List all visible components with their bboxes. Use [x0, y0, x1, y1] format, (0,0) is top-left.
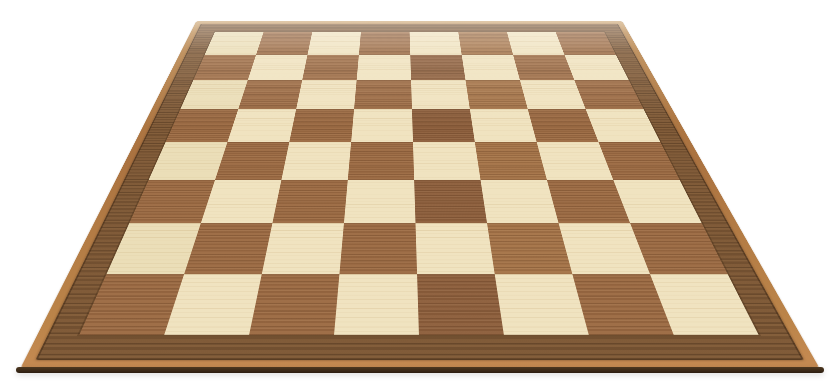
square-g8[interactable]: [507, 32, 565, 55]
square-c8[interactable]: [308, 32, 361, 55]
square-f2[interactable]: [487, 223, 572, 274]
board-photo: [0, 0, 834, 390]
square-c3[interactable]: [272, 180, 347, 224]
square-e5[interactable]: [412, 109, 475, 142]
square-f3[interactable]: [480, 180, 558, 224]
square-c1[interactable]: [249, 274, 339, 334]
square-a6[interactable]: [180, 80, 247, 109]
square-a8[interactable]: [205, 32, 264, 55]
square-b2[interactable]: [184, 223, 272, 274]
square-f7[interactable]: [462, 55, 520, 81]
square-b3[interactable]: [201, 180, 282, 224]
square-e7[interactable]: [410, 55, 465, 81]
square-d7[interactable]: [357, 55, 411, 81]
square-f4[interactable]: [475, 142, 547, 180]
square-d2[interactable]: [339, 223, 417, 274]
square-e3[interactable]: [414, 180, 487, 224]
square-c6[interactable]: [296, 80, 356, 109]
square-a7[interactable]: [193, 55, 256, 81]
square-c7[interactable]: [302, 55, 359, 81]
square-d8[interactable]: [359, 32, 410, 55]
square-d5[interactable]: [351, 109, 413, 142]
square-e6[interactable]: [411, 80, 470, 109]
square-b5[interactable]: [227, 109, 296, 142]
square-c2[interactable]: [262, 223, 344, 274]
square-d1[interactable]: [334, 274, 419, 334]
square-e4[interactable]: [413, 142, 481, 180]
square-c5[interactable]: [289, 109, 354, 142]
square-f5[interactable]: [470, 109, 537, 142]
square-e1[interactable]: [417, 274, 504, 334]
square-b7[interactable]: [248, 55, 308, 81]
square-b8[interactable]: [256, 32, 312, 55]
square-d4[interactable]: [348, 142, 414, 180]
board-bottom-edge: [16, 367, 824, 373]
square-d6[interactable]: [354, 80, 412, 109]
square-b6[interactable]: [238, 80, 302, 109]
square-e8[interactable]: [410, 32, 462, 55]
square-b4[interactable]: [215, 142, 289, 180]
square-c4[interactable]: [281, 142, 351, 180]
square-d3[interactable]: [344, 180, 416, 224]
square-f8[interactable]: [458, 32, 513, 55]
square-f6[interactable]: [466, 80, 528, 109]
square-e2[interactable]: [415, 223, 494, 274]
chess-board: [20, 21, 820, 369]
